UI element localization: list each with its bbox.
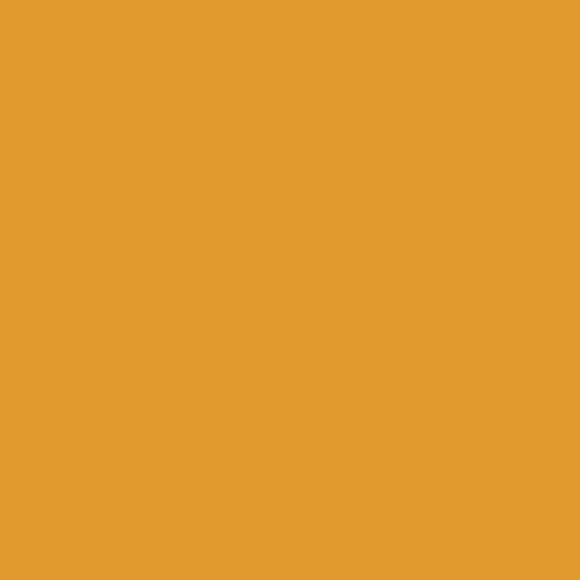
go-board xyxy=(0,0,580,580)
go-grid xyxy=(24,24,556,556)
